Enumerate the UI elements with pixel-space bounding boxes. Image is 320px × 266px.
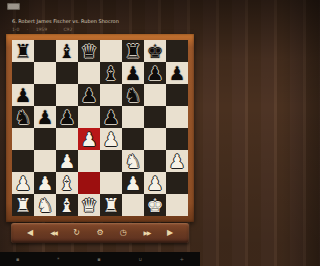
next-move-button[interactable]: ▶ — [165, 223, 175, 243]
white-rook[interactable]: ♜ — [14, 194, 31, 216]
square-a4[interactable] — [12, 128, 34, 150]
square-d6[interactable]: ♟ — [78, 84, 100, 106]
square-g2[interactable]: ♟ — [144, 172, 166, 194]
system-tray-icon-2[interactable]: * — [57, 252, 60, 266]
square-f3[interactable]: ♞ — [122, 150, 144, 172]
left-triangle-icon: ◀ — [27, 228, 33, 237]
square-b6[interactable] — [34, 84, 56, 106]
clock-button[interactable]: ◷ — [118, 223, 128, 243]
black-rook[interactable]: ♜ — [124, 40, 141, 62]
settings-button[interactable]: ⚙ — [95, 223, 105, 243]
square-e2[interactable] — [100, 172, 122, 194]
square-g7[interactable]: ♟ — [144, 62, 166, 84]
square-h4[interactable] — [166, 128, 188, 150]
skip-to-end-button[interactable]: ▶▶ — [142, 223, 152, 243]
square-d3[interactable] — [78, 150, 100, 172]
black-bishop[interactable]: ♝ — [58, 40, 75, 62]
rotate-icon: ↻ — [73, 228, 80, 237]
gear-icon: ⚙ — [96, 228, 103, 237]
square-h6[interactable] — [166, 84, 188, 106]
square-h2[interactable] — [166, 172, 188, 194]
black-pawn[interactable]: ♟ — [36, 106, 53, 128]
black-rook[interactable]: ♜ — [14, 40, 31, 62]
skip-to-start-button[interactable]: ◀◀ — [48, 223, 58, 243]
white-knight[interactable]: ♞ — [36, 194, 53, 216]
square-f7[interactable]: ♟ — [122, 62, 144, 84]
square-e7[interactable]: ♝ — [100, 62, 122, 84]
square-a6[interactable]: ♟ — [12, 84, 34, 106]
white-pawn[interactable]: ♟ — [36, 172, 53, 194]
square-h3[interactable]: ♟ — [166, 150, 188, 172]
square-g6[interactable] — [144, 84, 166, 106]
system-tray-icon-4[interactable]: ∪ — [138, 252, 142, 266]
system-navigation-bar: ▪ * ▪ ∪ + — [0, 252, 200, 266]
square-a8[interactable]: ♜ — [12, 40, 34, 62]
square-d4[interactable]: ♟ — [78, 128, 100, 150]
playback-controls: ◀ ◀◀ ↻ ⚙ ◷ ▶▶ ▶ — [11, 223, 189, 243]
white-pawn[interactable]: ♟ — [168, 150, 185, 172]
black-pawn[interactable]: ♟ — [168, 62, 185, 84]
white-pawn[interactable]: ♟ — [102, 128, 119, 150]
square-b1[interactable]: ♞ — [34, 194, 56, 216]
square-f1[interactable] — [122, 194, 144, 216]
right-triangle-icon: ▶ — [167, 228, 173, 237]
square-a5[interactable]: ♞ — [12, 106, 34, 128]
square-e3[interactable] — [100, 150, 122, 172]
black-knight[interactable]: ♞ — [14, 106, 31, 128]
square-d8[interactable]: ♛ — [78, 40, 100, 62]
black-knight[interactable]: ♞ — [124, 84, 141, 106]
clock-icon: ◷ — [120, 228, 127, 237]
white-rook[interactable]: ♜ — [102, 194, 119, 216]
square-c8[interactable]: ♝ — [56, 40, 78, 62]
square-c6[interactable] — [56, 84, 78, 106]
square-e6[interactable] — [100, 84, 122, 106]
square-b2[interactable]: ♟ — [34, 172, 56, 194]
square-a3[interactable] — [12, 150, 34, 172]
square-a7[interactable] — [12, 62, 34, 84]
fast-forward-icon: ▶▶ — [144, 229, 150, 236]
white-bishop[interactable]: ♝ — [58, 194, 75, 216]
white-king[interactable]: ♚ — [146, 194, 163, 216]
white-bishop[interactable]: ♝ — [58, 172, 75, 194]
square-g4[interactable] — [144, 128, 166, 150]
game-title: 6. Robert James Fischer vs. Ruben Shocro… — [12, 18, 192, 24]
white-knight[interactable]: ♞ — [124, 150, 141, 172]
square-e5[interactable]: ♟ — [100, 106, 122, 128]
prev-move-button[interactable]: ◀ — [25, 223, 35, 243]
square-f6[interactable]: ♞ — [122, 84, 144, 106]
square-f4[interactable] — [122, 128, 144, 150]
square-d5[interactable] — [78, 106, 100, 128]
square-a2[interactable]: ♟ — [12, 172, 34, 194]
square-h1[interactable] — [166, 194, 188, 216]
square-b3[interactable] — [34, 150, 56, 172]
chess-board: ♜♝♛♜♚♝♟♟♟♟♟♞♞♟♟♟♟♟♟♞♟♟♟♝♟♟♜♞♝♛♜♚ — [12, 40, 188, 216]
system-tray-icon-1[interactable]: ▪ — [16, 252, 19, 266]
square-h8[interactable] — [166, 40, 188, 62]
square-c1[interactable]: ♝ — [56, 194, 78, 216]
square-c4[interactable] — [56, 128, 78, 150]
black-pawn[interactable]: ♟ — [146, 62, 163, 84]
black-pawn[interactable]: ♟ — [80, 84, 97, 106]
white-pawn[interactable]: ♟ — [58, 150, 75, 172]
fast-backward-icon: ◀◀ — [50, 229, 56, 236]
square-d1[interactable]: ♛ — [78, 194, 100, 216]
status-bar-icon — [7, 3, 20, 10]
white-queen[interactable]: ♛ — [80, 194, 97, 216]
square-d2[interactable] — [78, 172, 100, 194]
square-e8[interactable] — [100, 40, 122, 62]
square-f5[interactable] — [122, 106, 144, 128]
black-bishop[interactable]: ♝ — [102, 62, 119, 84]
square-h7[interactable]: ♟ — [166, 62, 188, 84]
rotate-board-button[interactable]: ↻ — [72, 223, 82, 243]
system-tray-icon-5[interactable]: + — [180, 252, 184, 266]
board-frame: ♜♝♛♜♚♝♟♟♟♟♟♞♞♟♟♟♟♟♟♞♟♟♟♝♟♟♜♞♝♛♜♚ — [6, 34, 194, 222]
square-f8[interactable]: ♜ — [122, 40, 144, 62]
white-pawn[interactable]: ♟ — [14, 172, 31, 194]
square-f2[interactable]: ♟ — [122, 172, 144, 194]
square-e4[interactable]: ♟ — [100, 128, 122, 150]
black-king[interactable]: ♚ — [146, 40, 163, 62]
square-e1[interactable]: ♜ — [100, 194, 122, 216]
square-c7[interactable] — [56, 62, 78, 84]
square-g1[interactable]: ♚ — [144, 194, 166, 216]
white-pawn[interactable]: ♟ — [124, 172, 141, 194]
black-pawn[interactable]: ♟ — [102, 106, 119, 128]
white-pawn[interactable]: ♟ — [80, 128, 97, 150]
black-pawn[interactable]: ♟ — [58, 106, 75, 128]
white-pawn[interactable]: ♟ — [146, 172, 163, 194]
square-a1[interactable]: ♜ — [12, 194, 34, 216]
square-g5[interactable] — [144, 106, 166, 128]
game-subtitle: 1-0 · 1959 · C92 — [12, 27, 192, 32]
square-c2[interactable]: ♝ — [56, 172, 78, 194]
square-g3[interactable] — [144, 150, 166, 172]
system-tray-icon-3[interactable]: ▪ — [97, 252, 100, 266]
square-c3[interactable]: ♟ — [56, 150, 78, 172]
square-b7[interactable] — [34, 62, 56, 84]
square-c5[interactable]: ♟ — [56, 106, 78, 128]
square-d7[interactable] — [78, 62, 100, 84]
square-h5[interactable] — [166, 106, 188, 128]
square-b5[interactable]: ♟ — [34, 106, 56, 128]
square-b8[interactable] — [34, 40, 56, 62]
square-b4[interactable] — [34, 128, 56, 150]
black-pawn[interactable]: ♟ — [14, 84, 31, 106]
black-pawn[interactable]: ♟ — [124, 62, 141, 84]
square-g8[interactable]: ♚ — [144, 40, 166, 62]
black-queen[interactable]: ♛ — [80, 40, 97, 62]
